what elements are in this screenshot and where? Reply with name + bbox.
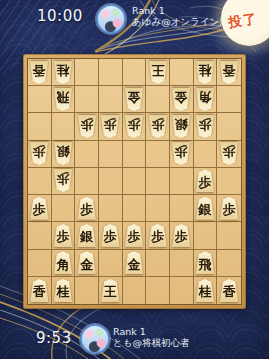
shogi-piece-飛-gote[interactable]: 飛 [53, 88, 73, 111]
piece-body: 角 [195, 88, 215, 111]
shogi-piece-桂-gote[interactable]: 桂 [195, 61, 215, 84]
board-cell-2a[interactable]: 桂 [194, 59, 218, 86]
board-cell-1a[interactable]: 香 [217, 59, 241, 86]
piece-kanji: 歩 [223, 142, 236, 159]
board-cell-8a[interactable]: 桂 [52, 59, 76, 86]
board-cell-3h[interactable] [170, 250, 194, 277]
board-cell-1d[interactable]: 歩 [217, 141, 241, 168]
board-cell-3a[interactable] [170, 59, 194, 86]
piece-kanji: 桂 [56, 285, 69, 302]
board-cell-2i[interactable]: 桂 [194, 277, 218, 304]
piece-kanji: 飛 [56, 88, 69, 105]
board-cell-1b[interactable] [217, 86, 241, 113]
board-cell-4g[interactable]: 歩 [146, 222, 170, 249]
piece-kanji: 香 [223, 285, 236, 302]
piece-body: 金 [77, 251, 97, 274]
shogi-piece-歩-gote[interactable]: 歩 [171, 142, 191, 165]
piece-kanji: 香 [223, 61, 236, 78]
piece-body: 歩 [124, 224, 144, 247]
piece-body: 歩 [29, 142, 49, 165]
board-cell-2h[interactable]: 飛 [194, 250, 218, 277]
board-cell-6f[interactable] [99, 195, 123, 222]
shogi-piece-歩-sente[interactable]: 歩 [219, 197, 239, 220]
piece-kanji: 王 [151, 61, 164, 78]
shogi-piece-歩-sente[interactable]: 歩 [148, 224, 168, 247]
board-cell-4d[interactable] [146, 141, 170, 168]
board-cell-6a[interactable] [99, 59, 123, 86]
board-cell-5i[interactable] [123, 277, 147, 304]
board-cell-4f[interactable] [146, 195, 170, 222]
match-screen: 10:00 Rank 1 あゆみ@オンライン対戦 投了 香桂王桂香飛金金角歩歩歩… [0, 0, 269, 359]
board-cell-6c[interactable]: 歩 [99, 113, 123, 140]
board-cell-4h[interactable] [146, 250, 170, 277]
piece-kanji: 歩 [198, 115, 211, 132]
board-cell-3c[interactable]: 銀 [170, 113, 194, 140]
board-cell-3d[interactable]: 歩 [170, 141, 194, 168]
piece-body: 歩 [29, 197, 49, 220]
piece-kanji: 歩 [104, 115, 117, 132]
piece-kanji: 銀 [198, 203, 211, 220]
piece-body: 桂 [53, 279, 73, 302]
piece-body: 桂 [195, 61, 215, 84]
board-cell-9f[interactable]: 歩 [28, 195, 52, 222]
piece-kanji: 歩 [104, 230, 117, 247]
piece-kanji: 金 [175, 88, 188, 105]
bottom-player-name: とも@将棋初心者 [113, 337, 189, 349]
board-cell-2f[interactable]: 銀 [194, 195, 218, 222]
piece-body: 角 [53, 251, 73, 274]
board-cell-5d[interactable] [123, 141, 147, 168]
board-cell-2d[interactable] [194, 141, 218, 168]
piece-body: 歩 [148, 115, 168, 138]
shogi-piece-飛-sente[interactable]: 飛 [195, 251, 215, 274]
board-cell-2b[interactable]: 角 [194, 86, 218, 113]
board-cell-1f[interactable]: 歩 [217, 195, 241, 222]
piece-kanji: 香 [33, 285, 46, 302]
resign-button-label: 投了 [227, 10, 258, 32]
piece-body: 銀 [171, 115, 191, 138]
piece-body: 歩 [219, 197, 239, 220]
shogi-piece-歩-gote[interactable]: 歩 [77, 115, 97, 138]
board-cell-1e[interactable] [217, 168, 241, 195]
piece-body: 香 [29, 61, 49, 84]
shogi-piece-歩-gote[interactable]: 歩 [219, 142, 239, 165]
piece-kanji: 王 [104, 285, 117, 302]
piece-kanji: 歩 [223, 203, 236, 220]
piece-body: 歩 [100, 224, 120, 247]
board-cell-7e[interactable] [75, 168, 99, 195]
piece-kanji: 歩 [175, 230, 188, 247]
piece-kanji: 歩 [198, 176, 211, 193]
piece-body: 歩 [219, 142, 239, 165]
board-cell-9a[interactable]: 香 [28, 59, 52, 86]
top-player-timer: 10:00 [37, 7, 83, 25]
shogi-piece-歩-gote[interactable]: 歩 [29, 142, 49, 165]
piece-kanji: 角 [56, 258, 69, 275]
board-cell-9e[interactable] [28, 168, 52, 195]
shogi-piece-王-sente[interactable]: 王 [100, 279, 120, 302]
board-cell-3g[interactable]: 歩 [170, 222, 194, 249]
piece-kanji: 角 [198, 88, 211, 105]
board-cell-1c[interactable] [217, 113, 241, 140]
piece-kanji: 歩 [80, 115, 93, 132]
shogi-piece-歩-sente[interactable]: 歩 [77, 197, 97, 220]
board-cell-9c[interactable] [28, 113, 52, 140]
board-cell-7b[interactable] [75, 86, 99, 113]
piece-body: 歩 [148, 224, 168, 247]
board-cell-4e[interactable] [146, 168, 170, 195]
resign-button[interactable]: 投了 [221, 0, 269, 46]
shogi-piece-角-sente[interactable]: 角 [53, 251, 73, 274]
shogi-piece-銀-gote[interactable]: 銀 [171, 115, 191, 138]
piece-kanji: 歩 [56, 230, 69, 247]
shogi-piece-歩-gote[interactable]: 歩 [124, 115, 144, 138]
board-cell-5f[interactable] [123, 195, 147, 222]
board-cell-8d[interactable]: 銀 [52, 141, 76, 168]
board-cell-4a[interactable]: 王 [146, 59, 170, 86]
shogi-piece-桂-gote[interactable]: 桂 [53, 61, 73, 84]
shogi-piece-香-gote[interactable]: 香 [219, 61, 239, 84]
board-cell-1i[interactable]: 香 [217, 277, 241, 304]
board-cell-2g[interactable] [194, 222, 218, 249]
board-cell-3b[interactable]: 金 [170, 86, 194, 113]
shogi-piece-歩-sente[interactable]: 歩 [53, 224, 73, 247]
shogi-piece-歩-gote[interactable]: 歩 [148, 115, 168, 138]
board-cell-1g[interactable] [217, 222, 241, 249]
shogi-piece-歩-sente[interactable]: 歩 [29, 197, 49, 220]
shogi-piece-金-gote[interactable]: 金 [171, 88, 191, 111]
piece-kanji: 歩 [33, 142, 46, 159]
board-cell-1h[interactable] [217, 250, 241, 277]
piece-kanji: 歩 [127, 115, 140, 132]
shogi-piece-角-gote[interactable]: 角 [195, 88, 215, 111]
piece-kanji: 歩 [151, 230, 164, 247]
bottom-player-rank: Rank 1 [113, 326, 189, 337]
shogi-piece-桂-sente[interactable]: 桂 [53, 279, 73, 302]
bottom-player-info: Rank 1 とも@将棋初心者 [113, 326, 189, 349]
board-cell-9i[interactable]: 香 [28, 277, 52, 304]
piece-body: 桂 [195, 279, 215, 302]
board-cell-8e[interactable]: 歩 [52, 168, 76, 195]
board-cell-7a[interactable] [75, 59, 99, 86]
piece-body: 桂 [53, 61, 73, 84]
shogi-piece-金-sente[interactable]: 金 [124, 251, 144, 274]
shogi-piece-歩-sente[interactable]: 歩 [100, 224, 120, 247]
board-cell-8h[interactable]: 角 [52, 250, 76, 277]
board-cell-8i[interactable]: 桂 [52, 277, 76, 304]
piece-body: 金 [124, 88, 144, 111]
board-cell-6b[interactable] [99, 86, 123, 113]
piece-kanji: 歩 [56, 169, 69, 186]
board-cell-8f[interactable] [52, 195, 76, 222]
piece-body: 歩 [77, 197, 97, 220]
piece-kanji: 金 [80, 258, 93, 275]
piece-kanji: 歩 [127, 230, 140, 247]
piece-body: 王 [148, 61, 168, 84]
piece-body: 飛 [53, 88, 73, 111]
board-cell-6e[interactable] [99, 168, 123, 195]
piece-body: 歩 [53, 224, 73, 247]
piece-kanji: 金 [127, 88, 140, 105]
board-cell-5a[interactable] [123, 59, 147, 86]
board-cell-5g[interactable]: 歩 [123, 222, 147, 249]
board-cell-4i[interactable] [146, 277, 170, 304]
board-cell-6h[interactable] [99, 250, 123, 277]
piece-body: 香 [29, 279, 49, 302]
board-cell-7f[interactable]: 歩 [75, 195, 99, 222]
piece-body: 歩 [124, 115, 144, 138]
piece-body: 金 [171, 88, 191, 111]
shogi-piece-香-sente[interactable]: 香 [29, 279, 49, 302]
shogi-board-grid[interactable]: 香桂王桂香飛金金角歩歩歩歩銀歩歩銀歩歩歩歩歩歩銀歩歩銀歩歩歩歩角金金飛香桂王桂香 [27, 58, 242, 305]
board-cell-4b[interactable] [146, 86, 170, 113]
shogi-piece-王-gote[interactable]: 王 [148, 61, 168, 84]
piece-body: 王 [100, 279, 120, 302]
piece-body: 銀 [77, 224, 97, 247]
shogi-piece-歩-sente[interactable]: 歩 [195, 169, 215, 192]
bottom-player-timer: 9:53 [36, 329, 72, 347]
shogi-piece-歩-sente[interactable]: 歩 [171, 224, 191, 247]
board-cell-9d[interactable]: 歩 [28, 141, 52, 168]
board-cell-3i[interactable] [170, 277, 194, 304]
board-cell-8b[interactable]: 飛 [52, 86, 76, 113]
piece-kanji: 銀 [80, 230, 93, 247]
board-cell-9h[interactable] [28, 250, 52, 277]
shogi-piece-桂-sente[interactable]: 桂 [195, 279, 215, 302]
board-cell-2e[interactable]: 歩 [194, 168, 218, 195]
piece-body: 銀 [195, 197, 215, 220]
shogi-piece-歩-gote[interactable]: 歩 [100, 115, 120, 138]
piece-kanji: 飛 [198, 258, 211, 275]
board-cell-9b[interactable] [28, 86, 52, 113]
shogi-piece-金-gote[interactable]: 金 [124, 88, 144, 111]
piece-kanji: 銀 [56, 142, 69, 159]
piece-kanji: 香 [33, 61, 46, 78]
piece-kanji: 歩 [151, 115, 164, 132]
shogi-piece-香-gote[interactable]: 香 [29, 61, 49, 84]
shogi-piece-香-sente[interactable]: 香 [219, 279, 239, 302]
piece-kanji: 歩 [33, 203, 46, 220]
piece-body: 歩 [171, 224, 191, 247]
piece-kanji: 銀 [175, 115, 188, 132]
piece-body: 香 [219, 279, 239, 302]
shogi-piece-歩-sente[interactable]: 歩 [124, 224, 144, 247]
piece-body: 金 [124, 251, 144, 274]
piece-kanji: 歩 [175, 142, 188, 159]
piece-kanji: 桂 [198, 285, 211, 302]
piece-body: 歩 [100, 115, 120, 138]
bottom-player-avatar [80, 324, 110, 354]
shogi-piece-銀-gote[interactable]: 銀 [53, 142, 73, 165]
shogi-piece-銀-sente[interactable]: 銀 [77, 224, 97, 247]
top-player-avatar [96, 4, 126, 34]
piece-body: 香 [219, 61, 239, 84]
board-cell-2c[interactable]: 歩 [194, 113, 218, 140]
board-cell-8g[interactable]: 歩 [52, 222, 76, 249]
board-cell-6i[interactable]: 王 [99, 277, 123, 304]
board-cell-8c[interactable] [52, 113, 76, 140]
shogi-board: 香桂王桂香飛金金角歩歩歩歩銀歩歩銀歩歩歩歩歩歩銀歩歩銀歩歩歩歩角金金飛香桂王桂香 [23, 54, 246, 309]
shogi-piece-銀-sente[interactable]: 銀 [195, 197, 215, 220]
shogi-piece-歩-gote[interactable]: 歩 [195, 115, 215, 138]
piece-body: 歩 [195, 115, 215, 138]
board-cell-7i[interactable] [75, 277, 99, 304]
board-cell-4c[interactable]: 歩 [146, 113, 170, 140]
board-cell-7c[interactable]: 歩 [75, 113, 99, 140]
board-cell-3e[interactable] [170, 168, 194, 195]
piece-body: 歩 [195, 169, 215, 192]
piece-body: 飛 [195, 251, 215, 274]
board-cell-5c[interactable]: 歩 [123, 113, 147, 140]
piece-body: 歩 [53, 169, 73, 192]
board-cell-7d[interactable] [75, 141, 99, 168]
piece-body: 銀 [53, 142, 73, 165]
board-cell-3f[interactable] [170, 195, 194, 222]
piece-kanji: 桂 [56, 61, 69, 78]
board-cell-6d[interactable] [99, 141, 123, 168]
board-cell-7h[interactable]: 金 [75, 250, 99, 277]
board-cell-5b[interactable]: 金 [123, 86, 147, 113]
board-cell-5e[interactable] [123, 168, 147, 195]
board-cell-7g[interactable]: 銀 [75, 222, 99, 249]
piece-kanji: 金 [127, 258, 140, 275]
board-cell-5h[interactable]: 金 [123, 250, 147, 277]
board-cell-9g[interactable] [28, 222, 52, 249]
piece-kanji: 歩 [80, 203, 93, 220]
shogi-piece-金-sente[interactable]: 金 [77, 251, 97, 274]
piece-body: 歩 [171, 142, 191, 165]
shogi-piece-歩-gote[interactable]: 歩 [53, 169, 73, 192]
piece-body: 歩 [77, 115, 97, 138]
piece-kanji: 桂 [198, 61, 211, 78]
board-cell-6g[interactable]: 歩 [99, 222, 123, 249]
